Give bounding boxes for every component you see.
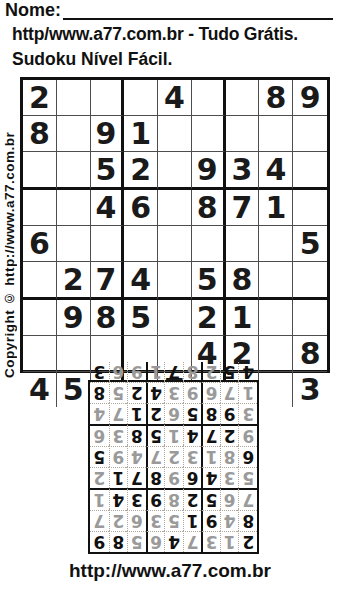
solution-cell: 3 xyxy=(238,403,257,424)
solution-cell: 3 xyxy=(164,382,183,403)
solution-cell: 8 xyxy=(220,446,239,467)
solution-cell: 5 xyxy=(109,382,128,403)
solution-cell: 2 xyxy=(127,382,146,403)
solution-cell: 1 xyxy=(109,467,128,488)
puzzle-cell: 4 xyxy=(23,372,57,407)
puzzle-cell xyxy=(192,80,226,116)
puzzle-cell: 6 xyxy=(23,226,57,262)
solution-cell: 2 xyxy=(183,488,202,510)
solution-cell: 6 xyxy=(201,382,220,403)
solution-cell: 7 xyxy=(183,531,202,552)
puzzle-cell: 8 xyxy=(259,80,293,116)
solution-cell: 5 xyxy=(201,488,220,510)
puzzle-cell xyxy=(57,226,91,262)
solution-cell: 4 xyxy=(220,510,239,531)
puzzle-cell: 8 xyxy=(23,116,57,152)
puzzle-cell xyxy=(293,262,327,300)
solution-cell: 7 xyxy=(220,382,239,403)
puzzle-cell: 5 xyxy=(293,226,327,262)
solution-cell: 1 xyxy=(183,510,202,531)
solution-cell: 5 xyxy=(127,531,146,552)
puzzle-cell xyxy=(158,152,192,190)
puzzle-cell xyxy=(158,190,192,226)
puzzle-cell: 9 xyxy=(91,116,125,152)
solution-cell: 4 xyxy=(90,403,109,424)
solution-cell: 2 xyxy=(238,531,257,552)
solution-cell: 4 xyxy=(201,467,220,488)
solution-cell: 1 xyxy=(164,424,183,446)
puzzle-cell: 8 xyxy=(192,190,226,226)
printable-sudoku-sheet: Nome: http/www.a77.com.br - Tudo Grátis.… xyxy=(0,0,340,596)
solution-cell: 6 xyxy=(127,510,146,531)
puzzle-cell xyxy=(23,336,57,372)
puzzle-cell xyxy=(293,116,327,152)
puzzle-cell xyxy=(259,372,293,407)
puzzle-cell: 2 xyxy=(57,262,91,300)
solution-cell: 7 xyxy=(164,362,183,382)
solution-cell: 5 xyxy=(183,403,202,424)
solution-cell: 1 xyxy=(127,403,146,424)
solution-cell: 8 xyxy=(90,382,109,403)
puzzle-cell xyxy=(192,226,226,262)
puzzle-cell: 1 xyxy=(259,190,293,226)
solution-cell: 7 xyxy=(238,488,257,510)
solution-cell: 2 xyxy=(109,510,128,531)
site-title: http/www.a77.com.br - Tudo Grátis. xyxy=(12,24,298,45)
puzzle-level-title: Sudoku Nível Fácil. xyxy=(12,49,172,70)
solution-cell: 6 xyxy=(220,488,239,510)
puzzle-cell xyxy=(259,226,293,262)
solution-cell: 6 xyxy=(90,424,109,446)
solution-cell: 3 xyxy=(109,424,128,446)
puzzle-cell xyxy=(57,152,91,190)
solution-cell: 9 xyxy=(238,424,257,446)
puzzle-cell xyxy=(23,262,57,300)
puzzle-cell xyxy=(23,300,57,336)
puzzle-grid: 248989152934468716527458985214284573 xyxy=(20,77,330,373)
puzzle-cell: 2 xyxy=(192,300,226,336)
puzzle-cell: 3 xyxy=(293,372,327,407)
solution-cell: 4 xyxy=(109,488,128,510)
solution-cell: 4 xyxy=(238,362,257,382)
puzzle-cell xyxy=(158,262,192,300)
puzzle-cell: 8 xyxy=(91,300,125,336)
puzzle-cell xyxy=(91,80,125,116)
solution-cell: 6 xyxy=(183,467,202,488)
puzzle-cell: 4 xyxy=(158,80,192,116)
puzzle-cell: 5 xyxy=(91,152,125,190)
solution-cell: 7 xyxy=(146,446,165,467)
solution-cell: 8 xyxy=(183,362,202,382)
solution-cell: 8 xyxy=(164,488,183,510)
puzzle-cell xyxy=(124,80,158,116)
solution-cell: 6 xyxy=(164,403,183,424)
solution-cell: 4 xyxy=(127,446,146,467)
solution-cell: 6 xyxy=(146,531,165,552)
solution-grid-rotated: 2137465898491536277652893415346987126813… xyxy=(88,380,259,554)
name-fill-line xyxy=(63,3,333,20)
puzzle-cell xyxy=(226,80,260,116)
puzzle-cell: 5 xyxy=(192,262,226,300)
puzzle-cell xyxy=(91,226,125,262)
solution-cell: 4 xyxy=(164,531,183,552)
solution-cell: 9 xyxy=(201,510,220,531)
puzzle-cell: 4 xyxy=(259,152,293,190)
puzzle-cell xyxy=(293,152,327,190)
solution-cell: 2 xyxy=(201,362,220,382)
puzzle-cell: 1 xyxy=(226,300,260,336)
puzzle-cell: 7 xyxy=(91,262,125,300)
solution-cell: 2 xyxy=(164,446,183,467)
puzzle-cell: 2 xyxy=(124,152,158,190)
solution-cell: 5 xyxy=(90,446,109,467)
puzzle-cell xyxy=(293,300,327,336)
solution-cell: 5 xyxy=(146,424,165,446)
solution-cell: 3 xyxy=(146,510,165,531)
puzzle-cell xyxy=(259,300,293,336)
puzzle-cell xyxy=(226,226,260,262)
solution-cell: 9 xyxy=(164,467,183,488)
puzzle-cell xyxy=(124,226,158,262)
solution-cell: 9 xyxy=(183,382,202,403)
puzzle-cell xyxy=(158,226,192,262)
puzzle-cell xyxy=(57,190,91,226)
puzzle-cell: 8 xyxy=(293,336,327,372)
puzzle-cell: 9 xyxy=(192,152,226,190)
solution-cell: 1 xyxy=(220,531,239,552)
puzzle-cell: 6 xyxy=(124,190,158,226)
solution-cell: 6 xyxy=(109,362,128,382)
puzzle-cell xyxy=(293,190,327,226)
solution-cell: 5 xyxy=(164,510,183,531)
solution-cell: 2 xyxy=(146,403,165,424)
solution-cell: 1 xyxy=(238,382,257,403)
puzzle-cell xyxy=(259,336,293,372)
solution-cell: 1 xyxy=(90,488,109,510)
solution-cell: 3 xyxy=(183,446,202,467)
solution-cell: 8 xyxy=(201,403,220,424)
puzzle-cell xyxy=(226,116,260,152)
solution-cell: 5 xyxy=(220,362,239,382)
puzzle-cell: 3 xyxy=(226,152,260,190)
solution-cell: 8 xyxy=(127,424,146,446)
solution-cell: 4 xyxy=(183,424,202,446)
solution-cell: 1 xyxy=(201,446,220,467)
name-row: Nome: xyxy=(5,0,333,20)
puzzle-cell: 8 xyxy=(226,262,260,300)
solution-cell: 9 xyxy=(90,531,109,552)
solution-cell: 9 xyxy=(127,362,146,382)
solution-cell: 4 xyxy=(146,382,165,403)
solution-cell: 8 xyxy=(238,510,257,531)
puzzle-cell: 1 xyxy=(124,116,158,152)
puzzle-cell xyxy=(158,116,192,152)
solution-cell: 2 xyxy=(220,424,239,446)
name-label: Nome: xyxy=(5,0,61,20)
puzzle-cell xyxy=(23,190,57,226)
solution-cell: 8 xyxy=(109,531,128,552)
puzzle-cell: 5 xyxy=(57,372,91,407)
solution-cell: 3 xyxy=(220,467,239,488)
puzzle-cell: 4 xyxy=(124,262,158,300)
copyright-vertical-text: Copyright © http://www.a77.com.br xyxy=(1,80,18,430)
solution-cell: 5 xyxy=(238,467,257,488)
puzzle-cell xyxy=(57,336,91,372)
solution-cell: 9 xyxy=(109,446,128,467)
puzzle-cell: 2 xyxy=(23,80,57,116)
solution-cell: 3 xyxy=(90,362,109,382)
footer-url: http://www.a77.com.br xyxy=(0,560,340,582)
solution-cell: 7 xyxy=(201,424,220,446)
puzzle-cell: 9 xyxy=(57,300,91,336)
solution-cell: 2 xyxy=(90,467,109,488)
solution-cell: 7 xyxy=(109,403,128,424)
solution-cell: 7 xyxy=(127,467,146,488)
solution-cell: 3 xyxy=(127,488,146,510)
puzzle-cell: 5 xyxy=(124,300,158,336)
solution-cell: 1 xyxy=(146,362,165,382)
solution-cell: 8 xyxy=(146,467,165,488)
puzzle-cell: 9 xyxy=(293,80,327,116)
puzzle-cell xyxy=(192,116,226,152)
puzzle-cell xyxy=(57,116,91,152)
puzzle-cell xyxy=(57,80,91,116)
puzzle-cell xyxy=(259,262,293,300)
solution-cell: 3 xyxy=(201,531,220,552)
puzzle-cell xyxy=(158,300,192,336)
solution-cell: 9 xyxy=(146,488,165,510)
solution-cell: 7 xyxy=(90,510,109,531)
solution-cell: 6 xyxy=(238,446,257,467)
puzzle-cell: 4 xyxy=(91,190,125,226)
puzzle-cell xyxy=(259,116,293,152)
puzzle-cell: 7 xyxy=(226,190,260,226)
puzzle-cell xyxy=(23,152,57,190)
solution-cell: 9 xyxy=(220,403,239,424)
